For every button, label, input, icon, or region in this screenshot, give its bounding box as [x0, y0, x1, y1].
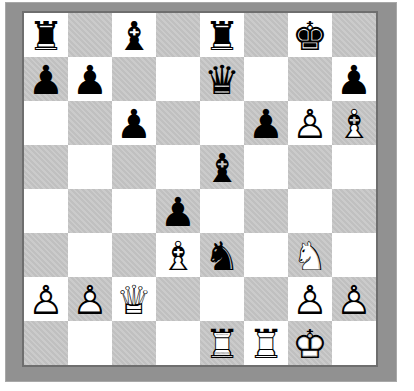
- piece-outline: ♔: [288, 321, 332, 365]
- piece-outline: ♙: [288, 277, 332, 321]
- square-a3[interactable]: [24, 233, 68, 277]
- square-d8[interactable]: [156, 13, 200, 57]
- square-d2[interactable]: [156, 277, 200, 321]
- black-pawn-icon[interactable]: ♟: [332, 57, 376, 101]
- square-b1[interactable]: [68, 321, 112, 365]
- white-pawn-icon[interactable]: ♟♙: [68, 277, 112, 321]
- square-c3[interactable]: [112, 233, 156, 277]
- square-f6[interactable]: ♟: [244, 101, 288, 145]
- black-pawn-icon[interactable]: ♟: [68, 57, 112, 101]
- square-b5[interactable]: [68, 145, 112, 189]
- black-rook-icon[interactable]: ♜: [24, 13, 68, 57]
- square-f4[interactable]: [244, 189, 288, 233]
- square-c5[interactable]: [112, 145, 156, 189]
- square-e5[interactable]: ♝: [200, 145, 244, 189]
- square-e2[interactable]: [200, 277, 244, 321]
- square-b4[interactable]: [68, 189, 112, 233]
- square-c8[interactable]: ♝: [112, 13, 156, 57]
- square-a5[interactable]: [24, 145, 68, 189]
- square-c7[interactable]: [112, 57, 156, 101]
- square-h3[interactable]: [332, 233, 376, 277]
- square-a2[interactable]: ♟♙: [24, 277, 68, 321]
- square-h8[interactable]: [332, 13, 376, 57]
- black-pawn-icon[interactable]: ♟: [24, 57, 68, 101]
- square-h6[interactable]: ♝♗: [332, 101, 376, 145]
- square-f3[interactable]: [244, 233, 288, 277]
- square-d4[interactable]: ♟: [156, 189, 200, 233]
- white-king-icon[interactable]: ♚♔: [288, 321, 332, 365]
- square-g5[interactable]: [288, 145, 332, 189]
- white-bishop-icon[interactable]: ♝♗: [332, 101, 376, 145]
- square-b7[interactable]: ♟: [68, 57, 112, 101]
- piece-outline: ♗: [332, 101, 376, 145]
- black-queen-icon[interactable]: ♛: [200, 57, 244, 101]
- piece-outline: ♙: [332, 277, 376, 321]
- white-pawn-icon[interactable]: ♟♙: [288, 101, 332, 145]
- square-g2[interactable]: ♟♙: [288, 277, 332, 321]
- chess-diagram: ♜♝♜♚♟♟♛♟♟♟♟♙♝♗♝♟♝♗♞♞♘♟♙♟♙♛♕♟♙♟♙♜♖♜♖♚♔: [5, 2, 397, 382]
- black-knight-icon[interactable]: ♞: [200, 233, 244, 277]
- square-g8[interactable]: ♚: [288, 13, 332, 57]
- square-h2[interactable]: ♟♙: [332, 277, 376, 321]
- square-e8[interactable]: ♜: [200, 13, 244, 57]
- square-h7[interactable]: ♟: [332, 57, 376, 101]
- square-g1[interactable]: ♚♔: [288, 321, 332, 365]
- square-b2[interactable]: ♟♙: [68, 277, 112, 321]
- piece-outline: ♖: [244, 321, 288, 365]
- square-f7[interactable]: [244, 57, 288, 101]
- piece-outline: ♙: [68, 277, 112, 321]
- black-pawn-icon[interactable]: ♟: [156, 189, 200, 233]
- square-d3[interactable]: ♝♗: [156, 233, 200, 277]
- piece-outline: ♖: [200, 321, 244, 365]
- square-b3[interactable]: [68, 233, 112, 277]
- square-f2[interactable]: [244, 277, 288, 321]
- black-pawn-icon[interactable]: ♟: [244, 101, 288, 145]
- square-c4[interactable]: [112, 189, 156, 233]
- square-g3[interactable]: ♞♘: [288, 233, 332, 277]
- chess-board: ♜♝♜♚♟♟♛♟♟♟♟♙♝♗♝♟♝♗♞♞♘♟♙♟♙♛♕♟♙♟♙♜♖♜♖♚♔: [22, 11, 378, 367]
- square-b8[interactable]: [68, 13, 112, 57]
- piece-outline: ♕: [112, 277, 156, 321]
- white-pawn-icon[interactable]: ♟♙: [332, 277, 376, 321]
- square-f1[interactable]: ♜♖: [244, 321, 288, 365]
- white-pawn-icon[interactable]: ♟♙: [288, 277, 332, 321]
- square-g6[interactable]: ♟♙: [288, 101, 332, 145]
- square-d7[interactable]: [156, 57, 200, 101]
- black-pawn-icon[interactable]: ♟: [112, 101, 156, 145]
- piece-outline: ♗: [156, 233, 200, 277]
- square-e6[interactable]: [200, 101, 244, 145]
- square-g7[interactable]: [288, 57, 332, 101]
- black-king-icon[interactable]: ♚: [288, 13, 332, 57]
- white-bishop-icon[interactable]: ♝♗: [156, 233, 200, 277]
- white-pawn-icon[interactable]: ♟♙: [24, 277, 68, 321]
- square-e4[interactable]: [200, 189, 244, 233]
- square-b6[interactable]: [68, 101, 112, 145]
- square-c6[interactable]: ♟: [112, 101, 156, 145]
- square-e3[interactable]: ♞: [200, 233, 244, 277]
- piece-outline: ♘: [288, 233, 332, 277]
- square-f8[interactable]: [244, 13, 288, 57]
- square-g4[interactable]: [288, 189, 332, 233]
- square-h5[interactable]: [332, 145, 376, 189]
- square-e7[interactable]: ♛: [200, 57, 244, 101]
- square-a1[interactable]: [24, 321, 68, 365]
- square-c1[interactable]: [112, 321, 156, 365]
- black-bishop-icon[interactable]: ♝: [200, 145, 244, 189]
- white-rook-icon[interactable]: ♜♖: [200, 321, 244, 365]
- white-queen-icon[interactable]: ♛♕: [112, 277, 156, 321]
- square-a6[interactable]: [24, 101, 68, 145]
- white-rook-icon[interactable]: ♜♖: [244, 321, 288, 365]
- piece-outline: ♙: [24, 277, 68, 321]
- square-d6[interactable]: [156, 101, 200, 145]
- square-a7[interactable]: ♟: [24, 57, 68, 101]
- black-bishop-icon[interactable]: ♝: [112, 13, 156, 57]
- square-c2[interactable]: ♛♕: [112, 277, 156, 321]
- square-d1[interactable]: [156, 321, 200, 365]
- square-h4[interactable]: [332, 189, 376, 233]
- piece-outline: ♙: [288, 101, 332, 145]
- square-a8[interactable]: ♜: [24, 13, 68, 57]
- square-h1[interactable]: [332, 321, 376, 365]
- square-a4[interactable]: [24, 189, 68, 233]
- square-f5[interactable]: [244, 145, 288, 189]
- black-rook-icon[interactable]: ♜: [200, 13, 244, 57]
- white-knight-icon[interactable]: ♞♘: [288, 233, 332, 277]
- square-e1[interactable]: ♜♖: [200, 321, 244, 365]
- square-d5[interactable]: [156, 145, 200, 189]
- board-frame: ♜♝♜♚♟♟♛♟♟♟♟♙♝♗♝♟♝♗♞♞♘♟♙♟♙♛♕♟♙♟♙♜♖♜♖♚♔: [5, 2, 397, 382]
